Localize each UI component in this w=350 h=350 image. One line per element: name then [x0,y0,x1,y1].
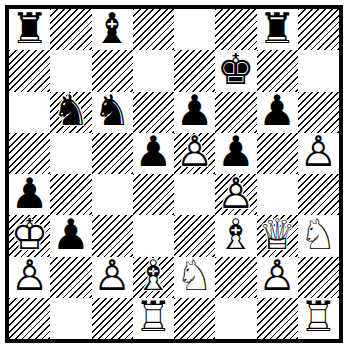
square-g1[interactable] [257,298,298,339]
square-c6[interactable]: ♞ [92,92,133,133]
square-b2[interactable] [50,257,91,298]
piece-glyph-solid: ♟ [217,132,255,174]
square-g5[interactable] [257,133,298,174]
piece-glyph-solid: ♞ [93,90,131,132]
square-e8[interactable] [174,9,215,50]
piece-glyph-solid: ♝ [93,8,131,50]
square-a7[interactable] [9,50,50,91]
square-c8[interactable]: ♝ [92,9,133,50]
piece-glyph-outline: ♙ [217,173,255,215]
square-b1[interactable] [50,298,91,339]
piece-glyph-solid: ♟ [135,132,173,174]
piece-glyph-outline: ♙ [93,255,131,297]
square-h1[interactable]: ♜♖ [298,298,339,339]
piece-black-pawn[interactable]: ♟ [50,215,91,256]
square-g2[interactable]: ♟♙ [257,257,298,298]
square-h8[interactable] [298,9,339,50]
square-e4[interactable] [174,174,215,215]
square-e5[interactable]: ♟♙ [174,133,215,174]
square-c1[interactable] [92,298,133,339]
piece-glyph-outline: ♔ [11,214,49,256]
square-c4[interactable] [92,174,133,215]
piece-white-rook[interactable]: ♜♖ [133,298,174,339]
square-b3[interactable]: ♟ [50,215,91,256]
square-h5[interactable]: ♟♙ [298,133,339,174]
square-a2[interactable]: ♟♙ [9,257,50,298]
piece-white-bishop[interactable]: ♝♗ [215,215,256,256]
square-a1[interactable] [9,298,50,339]
piece-glyph-solid: ♞ [52,90,90,132]
chess-board: ♜♝♜♚♞♞♟♟♟♟♙♟♟♙♟♟♙♚♔♟♝♗♛♕♞♘♟♙♟♙♝♗♞♘♟♙♜♖♜♖ [9,9,339,339]
square-c2[interactable]: ♟♙ [92,257,133,298]
piece-glyph-solid: ♟ [52,214,90,256]
piece-white-pawn[interactable]: ♟♙ [9,257,50,298]
square-h7[interactable] [298,50,339,91]
piece-glyph-solid: ♟ [11,173,49,215]
square-c5[interactable] [92,133,133,174]
square-f3[interactable]: ♝♗ [215,215,256,256]
piece-black-pawn[interactable]: ♟ [133,133,174,174]
piece-black-bishop[interactable]: ♝ [92,9,133,50]
square-d4[interactable] [133,174,174,215]
piece-white-pawn[interactable]: ♟♙ [92,257,133,298]
square-b8[interactable] [50,9,91,50]
square-d8[interactable] [133,9,174,50]
square-h3[interactable]: ♞♘ [298,215,339,256]
piece-black-knight[interactable]: ♞ [92,92,133,133]
piece-glyph-solid: ♜ [11,8,49,50]
piece-glyph-solid: ♚ [217,49,255,91]
piece-glyph-outline: ♙ [11,255,49,297]
piece-glyph-outline: ♕ [258,214,296,256]
piece-white-pawn[interactable]: ♟♙ [257,257,298,298]
square-f1[interactable] [215,298,256,339]
piece-glyph-outline: ♙ [258,255,296,297]
piece-white-rook[interactable]: ♜♖ [298,298,339,339]
square-a6[interactable] [9,92,50,133]
square-e2[interactable]: ♞♘ [174,257,215,298]
square-g8[interactable]: ♜ [257,9,298,50]
square-f7[interactable]: ♚ [215,50,256,91]
piece-glyph-outline: ♘ [176,255,214,297]
piece-glyph-outline: ♖ [135,297,173,339]
piece-glyph-outline: ♗ [135,255,173,297]
piece-glyph-outline: ♘ [300,214,338,256]
piece-glyph-outline: ♗ [217,214,255,256]
piece-glyph-outline: ♙ [176,132,214,174]
square-b6[interactable]: ♞ [50,92,91,133]
piece-black-knight[interactable]: ♞ [50,92,91,133]
piece-glyph-solid: ♟ [258,90,296,132]
piece-black-king[interactable]: ♚ [215,50,256,91]
piece-white-knight[interactable]: ♞♘ [298,215,339,256]
square-d5[interactable]: ♟ [133,133,174,174]
square-g6[interactable]: ♟ [257,92,298,133]
piece-white-pawn[interactable]: ♟♙ [298,133,339,174]
piece-glyph-outline: ♙ [300,132,338,174]
square-f2[interactable] [215,257,256,298]
piece-black-rook[interactable]: ♜ [257,9,298,50]
piece-glyph-solid: ♜ [258,8,296,50]
piece-white-knight[interactable]: ♞♘ [174,257,215,298]
square-e1[interactable] [174,298,215,339]
piece-white-pawn[interactable]: ♟♙ [174,133,215,174]
piece-glyph-solid: ♟ [176,90,214,132]
square-b5[interactable] [50,133,91,174]
board-frame: ♜♝♜♚♞♞♟♟♟♟♙♟♟♙♟♟♙♚♔♟♝♗♛♕♞♘♟♙♟♙♝♗♞♘♟♙♜♖♜♖ [5,5,343,343]
piece-glyph-outline: ♖ [300,297,338,339]
chess-diagram: ♜♝♜♚♞♞♟♟♟♟♙♟♟♙♟♟♙♚♔♟♝♗♛♕♞♘♟♙♟♙♝♗♞♘♟♙♜♖♜♖ [0,0,350,350]
square-d7[interactable] [133,50,174,91]
square-a8[interactable]: ♜ [9,9,50,50]
square-d1[interactable]: ♜♖ [133,298,174,339]
piece-black-rook[interactable]: ♜ [9,9,50,50]
piece-black-pawn[interactable]: ♟ [257,92,298,133]
